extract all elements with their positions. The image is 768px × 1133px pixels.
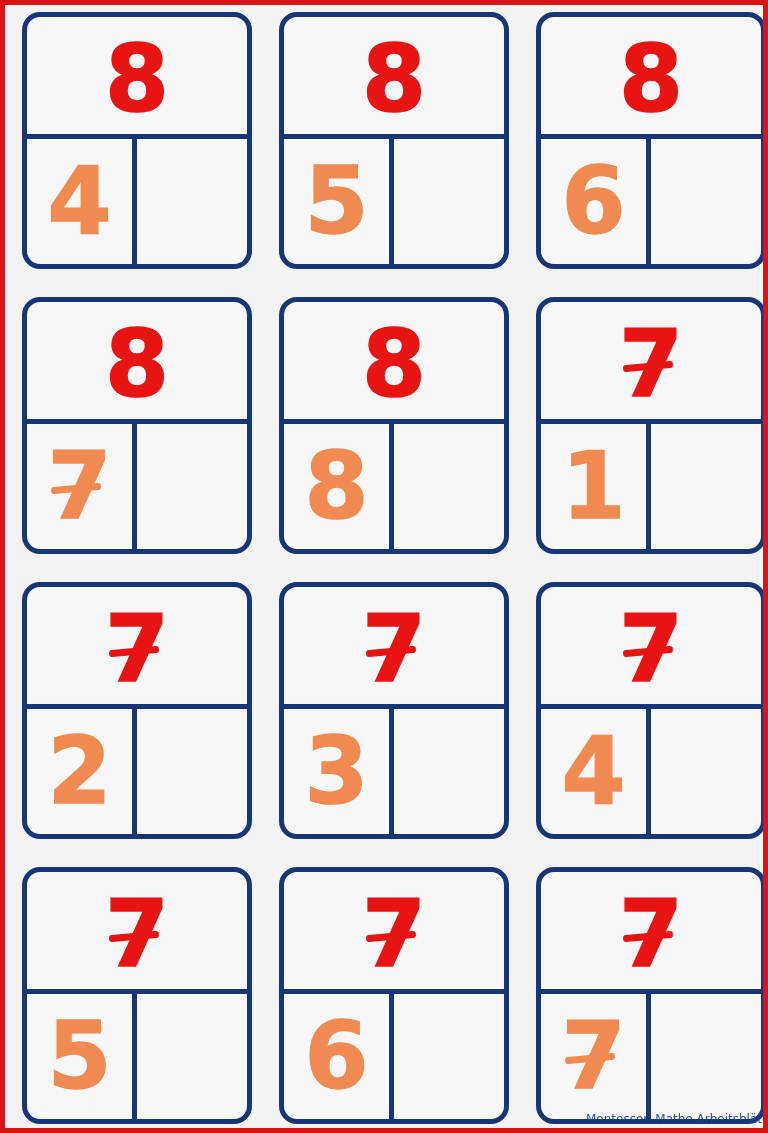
number-bond-card-11: 7 6 xyxy=(279,867,509,1124)
missing-part-cell xyxy=(651,709,761,834)
number-bond-card-9: 7 4 xyxy=(536,582,766,839)
missing-part-cell xyxy=(651,994,761,1119)
missing-part-cell xyxy=(394,994,504,1119)
parts-row: 1 xyxy=(541,424,761,549)
parts-row: 5 xyxy=(27,994,247,1119)
given-part-cell: 7 xyxy=(541,994,651,1119)
whole-number: 7 xyxy=(619,604,683,696)
whole-number-cell: 8 xyxy=(27,302,247,424)
parts-row: 8 xyxy=(284,424,504,549)
given-part-cell: 5 xyxy=(284,139,394,264)
given-part-number: 5 xyxy=(47,1011,111,1103)
parts-row: 7 xyxy=(27,424,247,549)
given-part-cell: 6 xyxy=(541,139,651,264)
whole-number: 7 xyxy=(619,889,683,981)
number-bond-card-3: 8 6 xyxy=(536,12,766,269)
missing-part-cell xyxy=(137,424,247,549)
number-bond-card-7: 7 2 xyxy=(22,582,252,839)
given-part-number: 7 xyxy=(47,441,111,533)
parts-row: 5 xyxy=(284,139,504,264)
whole-number-cell: 8 xyxy=(284,17,504,139)
parts-row: 6 xyxy=(541,139,761,264)
watermark-text: Montessori Mathe Arbeitsblätter xyxy=(586,1112,768,1126)
number-bond-card-2: 8 5 xyxy=(279,12,509,269)
given-part-number: 8 xyxy=(304,441,368,533)
whole-number-cell: 8 xyxy=(284,302,504,424)
number-bond-card-4: 8 7 xyxy=(22,297,252,554)
given-part-number: 5 xyxy=(304,156,368,248)
parts-row: 4 xyxy=(541,709,761,834)
given-part-cell: 1 xyxy=(541,424,651,549)
whole-number-cell: 7 xyxy=(284,587,504,709)
missing-part-cell xyxy=(394,424,504,549)
given-part-number: 6 xyxy=(304,1011,368,1103)
parts-row: 6 xyxy=(284,994,504,1119)
number-bond-card-12: 7 7 xyxy=(536,867,766,1124)
number-bond-card-8: 7 3 xyxy=(279,582,509,839)
worksheet-page: 8 4 8 5 8 xyxy=(0,0,768,1133)
whole-number: 8 xyxy=(362,34,426,126)
given-part-cell: 4 xyxy=(27,139,137,264)
whole-number-cell: 8 xyxy=(27,17,247,139)
given-part-number: 2 xyxy=(47,726,111,818)
given-part-number: 1 xyxy=(561,441,625,533)
whole-number: 8 xyxy=(105,319,169,411)
whole-number: 7 xyxy=(362,604,426,696)
missing-part-cell xyxy=(137,994,247,1119)
whole-number: 8 xyxy=(619,34,683,126)
given-part-cell: 3 xyxy=(284,709,394,834)
given-part-cell: 8 xyxy=(284,424,394,549)
whole-number: 8 xyxy=(105,34,169,126)
given-part-cell: 6 xyxy=(284,994,394,1119)
whole-number-cell: 7 xyxy=(541,872,761,994)
number-bond-card-5: 8 8 xyxy=(279,297,509,554)
whole-number-cell: 8 xyxy=(541,17,761,139)
given-part-number: 4 xyxy=(47,156,111,248)
number-bond-card-10: 7 5 xyxy=(22,867,252,1124)
given-part-cell: 4 xyxy=(541,709,651,834)
whole-number: 7 xyxy=(362,889,426,981)
parts-row: 7 xyxy=(541,994,761,1119)
parts-row: 3 xyxy=(284,709,504,834)
given-part-number: 4 xyxy=(561,726,625,818)
whole-number: 7 xyxy=(105,889,169,981)
missing-part-cell xyxy=(394,139,504,264)
whole-number: 7 xyxy=(105,604,169,696)
missing-part-cell xyxy=(651,139,761,264)
given-part-number: 7 xyxy=(561,1011,625,1103)
given-part-number: 6 xyxy=(561,156,625,248)
given-part-cell: 7 xyxy=(27,424,137,549)
number-bond-card-6: 7 1 xyxy=(536,297,766,554)
parts-row: 2 xyxy=(27,709,247,834)
whole-number: 8 xyxy=(362,319,426,411)
given-part-cell: 5 xyxy=(27,994,137,1119)
parts-row: 4 xyxy=(27,139,247,264)
whole-number-cell: 7 xyxy=(541,302,761,424)
cards-grid: 8 4 8 5 8 xyxy=(22,12,763,1124)
whole-number: 7 xyxy=(619,319,683,411)
whole-number-cell: 7 xyxy=(27,872,247,994)
given-part-number: 3 xyxy=(304,726,368,818)
missing-part-cell xyxy=(137,709,247,834)
missing-part-cell xyxy=(394,709,504,834)
whole-number-cell: 7 xyxy=(27,587,247,709)
whole-number-cell: 7 xyxy=(541,587,761,709)
whole-number-cell: 7 xyxy=(284,872,504,994)
number-bond-card-1: 8 4 xyxy=(22,12,252,269)
missing-part-cell xyxy=(137,139,247,264)
given-part-cell: 2 xyxy=(27,709,137,834)
missing-part-cell xyxy=(651,424,761,549)
